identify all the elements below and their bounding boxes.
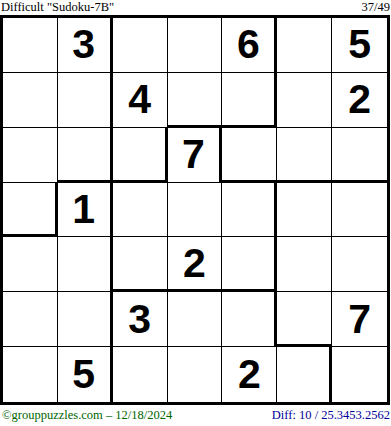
cell-r5c4[interactable]: 2: [168, 237, 223, 292]
cell-r5c2[interactable]: [58, 237, 113, 292]
cell-r1c5[interactable]: 6: [222, 18, 277, 73]
cell-r7c3[interactable]: [113, 347, 168, 402]
cell-r3c2[interactable]: [58, 128, 113, 183]
cell-r3c1[interactable]: [3, 128, 58, 183]
cell-r3c7[interactable]: [332, 128, 387, 183]
given-number: 5: [72, 354, 95, 395]
cell-r5c3[interactable]: [113, 237, 168, 292]
cell-r4c2[interactable]: 1: [58, 183, 113, 238]
cell-r7c2[interactable]: 5: [58, 347, 113, 402]
cell-r5c6[interactable]: [277, 237, 332, 292]
given-number: 2: [348, 79, 371, 120]
given-number: 7: [182, 134, 205, 175]
cell-r6c4[interactable]: [168, 292, 223, 347]
cell-r4c4[interactable]: [168, 183, 223, 238]
cell-r6c3[interactable]: 3: [113, 292, 168, 347]
cell-r6c2[interactable]: [58, 292, 113, 347]
given-number: 1: [72, 189, 95, 230]
difficulty-text: Diff: 10 / 25.3453.2562: [272, 408, 390, 423]
cell-r4c6[interactable]: [277, 183, 332, 238]
cell-r1c4[interactable]: [168, 18, 223, 73]
empty-cell-counter: 37/49: [362, 0, 390, 15]
cell-r1c7[interactable]: 5: [332, 18, 387, 73]
given-number: 3: [72, 24, 95, 65]
cell-r5c5[interactable]: [222, 237, 277, 292]
cell-r7c6[interactable]: [277, 347, 332, 402]
board: 365427123752: [0, 15, 390, 405]
cell-r7c5[interactable]: 2: [222, 347, 277, 402]
cell-r1c1[interactable]: [3, 18, 58, 73]
given-number: 2: [238, 354, 261, 395]
cell-r7c7[interactable]: [332, 347, 387, 402]
given-number: 2: [183, 243, 206, 284]
cell-r6c5[interactable]: [222, 292, 277, 347]
cell-r6c6[interactable]: [277, 292, 332, 347]
cell-r1c2[interactable]: 3: [58, 18, 113, 73]
cell-r5c1[interactable]: [3, 237, 58, 292]
cell-r2c4[interactable]: [168, 73, 223, 128]
cell-r2c3[interactable]: 4: [113, 73, 168, 128]
cell-r4c5[interactable]: [222, 183, 277, 238]
copyright-text: ©grouppuzzles.com – 12/18/2024: [2, 408, 172, 423]
given-number: 6: [237, 24, 260, 65]
cell-r2c1[interactable]: [3, 73, 58, 128]
cell-r2c7[interactable]: 2: [332, 73, 387, 128]
given-number: 5: [348, 24, 371, 65]
cell-r4c7[interactable]: [332, 183, 387, 238]
cell-r4c1[interactable]: [3, 183, 58, 238]
cell-r6c7[interactable]: 7: [332, 292, 387, 347]
page-title: Difficult "Sudoku-7B": [1, 0, 114, 15]
cell-r7c1[interactable]: [3, 347, 58, 402]
given-number: 4: [128, 79, 151, 120]
cell-r5c7[interactable]: [332, 237, 387, 292]
cell-r3c4[interactable]: 7: [168, 128, 223, 183]
cell-r2c5[interactable]: [222, 73, 277, 128]
cell-r1c3[interactable]: [113, 18, 168, 73]
cell-r1c6[interactable]: [277, 18, 332, 73]
given-number: 7: [348, 299, 371, 340]
cell-r2c6[interactable]: [277, 73, 332, 128]
cell-r6c1[interactable]: [3, 292, 58, 347]
cell-r7c4[interactable]: [168, 347, 223, 402]
cell-r4c3[interactable]: [113, 183, 168, 238]
given-number: 3: [128, 299, 151, 340]
cell-r2c2[interactable]: [58, 73, 113, 128]
cell-r3c6[interactable]: [277, 128, 332, 183]
cell-r3c5[interactable]: [222, 128, 277, 183]
cell-r3c3[interactable]: [113, 128, 168, 183]
